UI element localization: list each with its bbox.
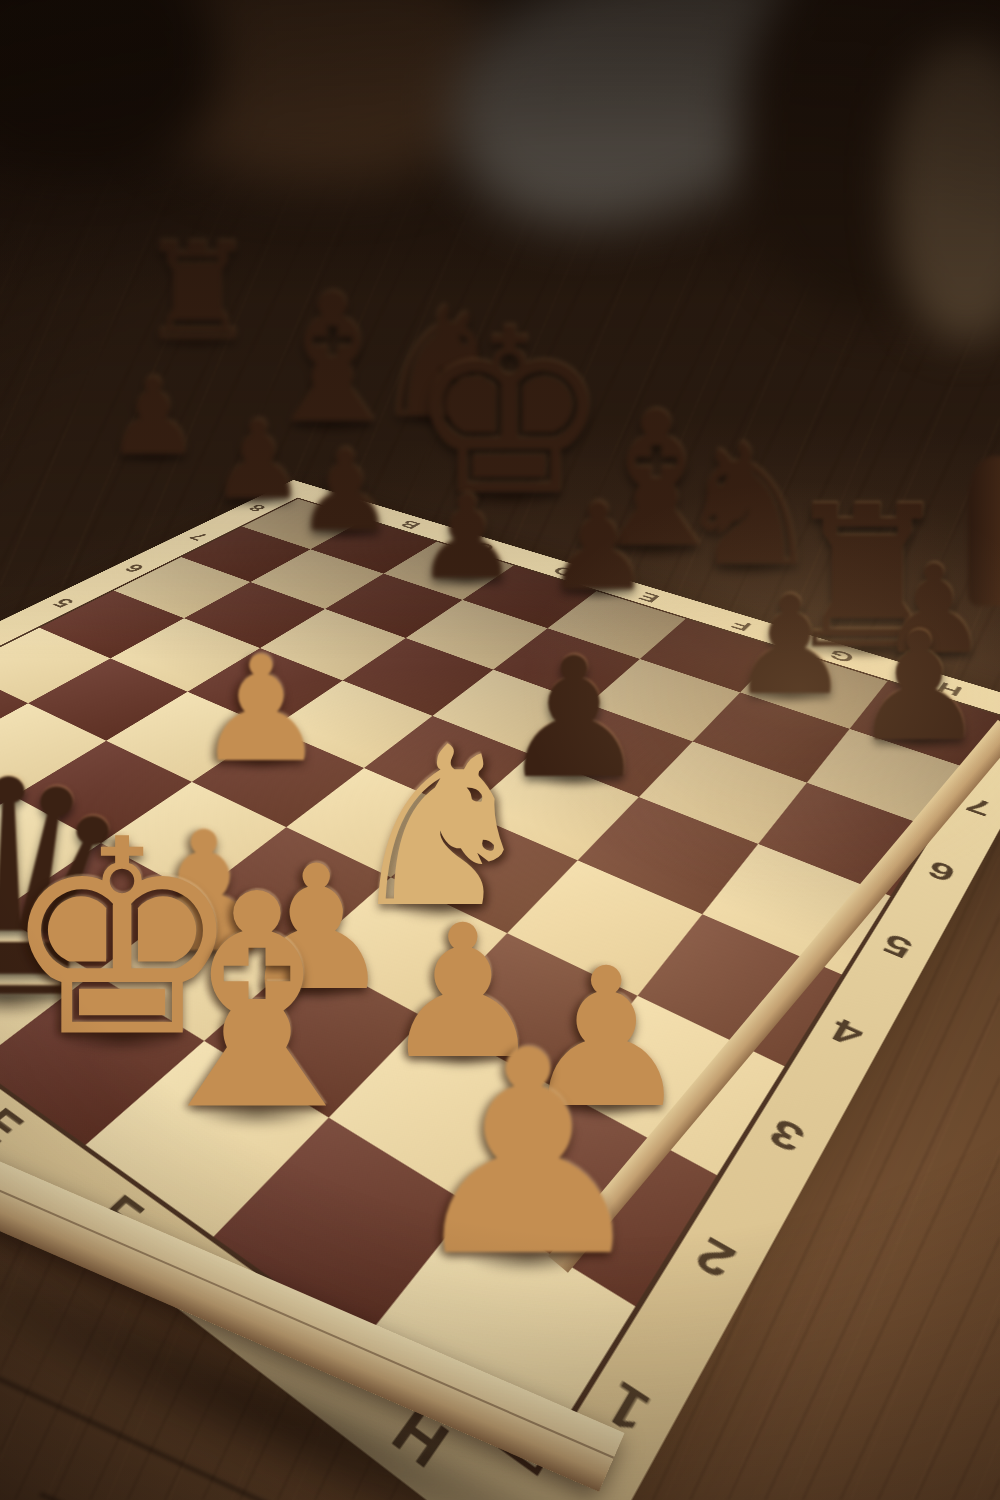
- piece-black-pawn-d7: ♟: [415, 480, 519, 596]
- piece-black-pawn-b7: ♟: [210, 407, 307, 515]
- piece-white-bishop-f1: ♝: [125, 856, 389, 1151]
- piece-white-pawn-h1: ♟: [402, 1014, 655, 1296]
- piece-black-pawn-h7: ♟: [852, 612, 986, 762]
- piece-black-pawn-c7: ♟: [295, 435, 395, 547]
- piece-white-pawn-d5: ♟: [196, 636, 327, 782]
- piece-black-rook-a8: ♜: [137, 226, 257, 360]
- pieces-layer: ♚♝♟♟♟♟♟♞♟♛♟♟♟♟♜♞♝♚♞♝♜♟♟♟♟♟: [0, 0, 1000, 1500]
- piece-black-pawn-g7: ♟: [729, 578, 851, 714]
- piece-black-pawn-e7: ♟: [544, 488, 652, 608]
- piece-black-pawn-a7: ♟: [105, 365, 200, 471]
